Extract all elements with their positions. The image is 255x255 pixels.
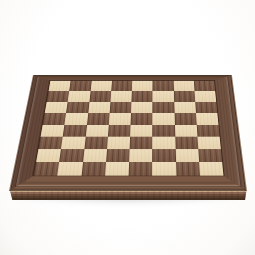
square-d8 xyxy=(111,81,132,91)
square-d6 xyxy=(109,102,131,113)
square-g2 xyxy=(175,149,199,162)
square-h4 xyxy=(196,125,219,137)
board-frame-bottom xyxy=(9,176,247,191)
square-a1 xyxy=(34,162,60,175)
square-e1 xyxy=(129,162,153,175)
square-f5 xyxy=(153,113,175,125)
square-h6 xyxy=(195,102,217,113)
square-d7 xyxy=(110,91,132,102)
square-b6 xyxy=(66,102,89,113)
square-g3 xyxy=(175,137,198,149)
square-a8 xyxy=(49,81,71,91)
square-c3 xyxy=(84,137,108,149)
square-c2 xyxy=(83,149,107,162)
square-f6 xyxy=(153,102,175,113)
square-e3 xyxy=(130,137,153,149)
square-g5 xyxy=(174,113,196,125)
square-d2 xyxy=(106,149,130,162)
square-e6 xyxy=(131,102,153,113)
square-c8 xyxy=(90,81,112,91)
square-f7 xyxy=(153,91,174,102)
square-c5 xyxy=(87,113,110,125)
square-a4 xyxy=(41,125,65,137)
square-h7 xyxy=(194,91,216,102)
chessboard xyxy=(9,75,247,191)
square-c6 xyxy=(88,102,110,113)
square-d4 xyxy=(108,125,131,137)
square-d5 xyxy=(109,113,131,125)
square-h2 xyxy=(198,149,222,162)
board-side-edge xyxy=(9,191,247,201)
square-c4 xyxy=(85,125,108,137)
board-grid xyxy=(34,81,224,176)
square-a3 xyxy=(38,137,63,149)
square-h1 xyxy=(199,162,224,175)
square-f3 xyxy=(152,137,175,149)
square-h8 xyxy=(194,81,215,91)
square-f8 xyxy=(153,81,174,91)
square-a2 xyxy=(36,149,61,162)
square-f4 xyxy=(152,125,174,137)
square-a7 xyxy=(47,91,70,102)
square-h3 xyxy=(197,137,221,149)
square-b2 xyxy=(59,149,84,162)
square-b3 xyxy=(61,137,85,149)
product-photo xyxy=(0,0,255,255)
square-c7 xyxy=(89,91,111,102)
square-g7 xyxy=(173,91,195,102)
square-e7 xyxy=(131,91,152,102)
square-h5 xyxy=(196,113,219,125)
square-d3 xyxy=(107,137,130,149)
square-g8 xyxy=(173,81,194,91)
square-f1 xyxy=(152,162,176,175)
square-e2 xyxy=(129,149,152,162)
square-e8 xyxy=(132,81,153,91)
square-d1 xyxy=(105,162,129,175)
square-e5 xyxy=(131,113,153,125)
square-a6 xyxy=(45,102,68,113)
square-b5 xyxy=(65,113,88,125)
square-b4 xyxy=(63,125,87,137)
square-a5 xyxy=(43,113,67,125)
square-b8 xyxy=(69,81,91,91)
square-g6 xyxy=(174,102,196,113)
square-e4 xyxy=(130,125,152,137)
square-g4 xyxy=(175,125,198,137)
square-b1 xyxy=(57,162,82,175)
square-c1 xyxy=(81,162,106,175)
square-g1 xyxy=(176,162,200,175)
square-f2 xyxy=(152,149,175,162)
square-b7 xyxy=(68,91,90,102)
